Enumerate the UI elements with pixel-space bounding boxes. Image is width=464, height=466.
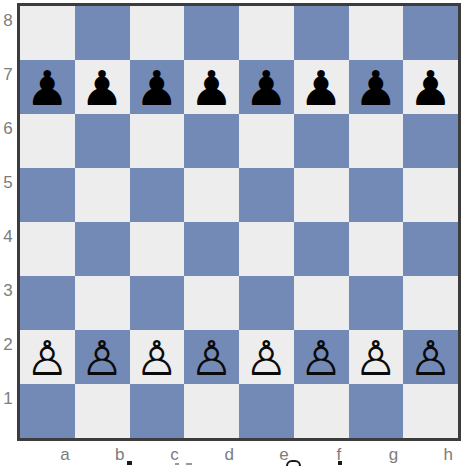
rank-label-6: 6 [0, 118, 16, 140]
square-d6[interactable] [184, 114, 239, 168]
white-pawn-f2[interactable]: ♙ [300, 334, 343, 382]
square-e6[interactable] [239, 114, 294, 168]
white-pawn-h2[interactable]: ♙ [409, 334, 452, 382]
square-c3[interactable] [130, 276, 185, 330]
square-d3[interactable] [184, 276, 239, 330]
square-f3[interactable] [294, 276, 349, 330]
file-label-d: d [218, 445, 240, 465]
white-pawn-b2[interactable]: ♙ [81, 334, 124, 382]
square-f7[interactable]: ♟ [294, 60, 349, 114]
square-b4[interactable] [75, 222, 130, 276]
square-h5[interactable] [403, 168, 458, 222]
square-h4[interactable] [403, 222, 458, 276]
square-g8[interactable] [349, 6, 404, 60]
square-a3[interactable] [20, 276, 75, 330]
square-b8[interactable] [75, 6, 130, 60]
square-a4[interactable] [20, 222, 75, 276]
rank-label-7: 7 [0, 64, 16, 86]
square-h1[interactable] [403, 384, 458, 438]
square-g5[interactable] [349, 168, 404, 222]
white-pawn-e2[interactable]: ♙ [245, 334, 288, 382]
square-f5[interactable] [294, 168, 349, 222]
square-a5[interactable] [20, 168, 75, 222]
square-d4[interactable] [184, 222, 239, 276]
clipped-glyph-fragment-1 [127, 461, 132, 465]
square-h2[interactable]: ♙ [403, 330, 458, 384]
square-f4[interactable] [294, 222, 349, 276]
white-pawn-d2[interactable]: ♙ [190, 334, 233, 382]
square-g1[interactable] [349, 384, 404, 438]
clipped-glyph-fragment-4 [286, 460, 301, 466]
clipped-glyph-fragment-5 [338, 461, 342, 465]
square-e7[interactable]: ♟ [239, 60, 294, 114]
square-a7[interactable]: ♟ [20, 60, 75, 114]
rank-label-1: 1 [0, 388, 16, 410]
black-pawn-h7[interactable]: ♟ [409, 64, 452, 112]
square-g4[interactable] [349, 222, 404, 276]
rank-label-2: 2 [0, 334, 16, 356]
square-b1[interactable] [75, 384, 130, 438]
rank-label-3: 3 [0, 280, 16, 302]
square-c1[interactable] [130, 384, 185, 438]
square-e2[interactable]: ♙ [239, 330, 294, 384]
square-b2[interactable]: ♙ [75, 330, 130, 384]
square-e5[interactable] [239, 168, 294, 222]
chess-board: ♟♟♟♟♟♟♟♟♙♙♙♙♙♙♙♙ [20, 6, 458, 438]
square-a6[interactable] [20, 114, 75, 168]
square-a8[interactable] [20, 6, 75, 60]
black-pawn-e7[interactable]: ♟ [245, 64, 288, 112]
square-e8[interactable] [239, 6, 294, 60]
square-d5[interactable] [184, 168, 239, 222]
white-pawn-c2[interactable]: ♙ [135, 334, 178, 382]
rank-label-5: 5 [0, 172, 16, 194]
square-h6[interactable] [403, 114, 458, 168]
square-g3[interactable] [349, 276, 404, 330]
square-b6[interactable] [75, 114, 130, 168]
white-pawn-a2[interactable]: ♙ [26, 334, 69, 382]
file-label-h: h [437, 445, 459, 465]
white-pawn-g2[interactable]: ♙ [354, 334, 397, 382]
square-e4[interactable] [239, 222, 294, 276]
file-label-g: g [383, 445, 405, 465]
square-a2[interactable]: ♙ [20, 330, 75, 384]
square-d2[interactable]: ♙ [184, 330, 239, 384]
square-c5[interactable] [130, 168, 185, 222]
square-g6[interactable] [349, 114, 404, 168]
square-e3[interactable] [239, 276, 294, 330]
square-c7[interactable]: ♟ [130, 60, 185, 114]
square-a1[interactable] [20, 384, 75, 438]
square-c6[interactable] [130, 114, 185, 168]
black-pawn-g7[interactable]: ♟ [354, 64, 397, 112]
square-d7[interactable]: ♟ [184, 60, 239, 114]
black-pawn-d7[interactable]: ♟ [190, 64, 233, 112]
square-b7[interactable]: ♟ [75, 60, 130, 114]
square-f2[interactable]: ♙ [294, 330, 349, 384]
file-label-c: c [164, 445, 186, 465]
rank-label-4: 4 [0, 226, 16, 248]
square-b5[interactable] [75, 168, 130, 222]
square-f6[interactable] [294, 114, 349, 168]
square-d1[interactable] [184, 384, 239, 438]
square-g7[interactable]: ♟ [349, 60, 404, 114]
black-pawn-a7[interactable]: ♟ [26, 64, 69, 112]
square-e1[interactable] [239, 384, 294, 438]
file-label-a: a [54, 445, 76, 465]
black-pawn-b7[interactable]: ♟ [81, 64, 124, 112]
clipped-glyph-fragment-3 [186, 463, 192, 465]
black-pawn-f7[interactable]: ♟ [300, 64, 343, 112]
black-pawn-c7[interactable]: ♟ [135, 64, 178, 112]
square-h8[interactable] [403, 6, 458, 60]
square-g2[interactable]: ♙ [349, 330, 404, 384]
chess-board-border: ♟♟♟♟♟♟♟♟♙♙♙♙♙♙♙♙ [17, 3, 461, 441]
clipped-glyph-fragment-2 [175, 463, 179, 465]
chess-diagram: ♟♟♟♟♟♟♟♟♙♙♙♙♙♙♙♙ 87654321 abcdefgh [0, 0, 464, 466]
rank-label-8: 8 [0, 10, 16, 32]
square-b3[interactable] [75, 276, 130, 330]
square-f1[interactable] [294, 384, 349, 438]
square-c4[interactable] [130, 222, 185, 276]
square-h7[interactable]: ♟ [403, 60, 458, 114]
square-c8[interactable] [130, 6, 185, 60]
square-c2[interactable]: ♙ [130, 330, 185, 384]
square-f8[interactable] [294, 6, 349, 60]
square-h3[interactable] [403, 276, 458, 330]
square-d8[interactable] [184, 6, 239, 60]
